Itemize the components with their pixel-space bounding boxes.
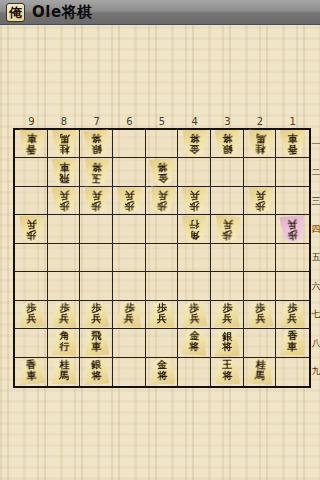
piece-kanji: 歩 [156, 200, 167, 211]
square-3-3[interactable] [211, 187, 244, 215]
file-label-9: 9 [15, 115, 48, 129]
piece-kanji: 車 [59, 161, 69, 172]
piece-kanji: 歩 [255, 200, 265, 211]
square-7-6[interactable] [80, 272, 113, 300]
piece-kanji: 将 [190, 132, 200, 143]
square-5-5[interactable] [146, 244, 179, 272]
piece-kanji: 兵 [58, 314, 69, 325]
piece-kanji: 車 [26, 370, 37, 381]
piece-kanji: 将 [92, 161, 103, 172]
piece-kanji: 香 [26, 143, 37, 154]
file-label-8: 8 [48, 115, 81, 129]
file-label-4: 4 [178, 115, 211, 129]
piece-kanji: 兵 [287, 314, 297, 325]
piece-kanji: 兵 [190, 314, 201, 325]
piece-kanji: 兵 [157, 314, 167, 325]
file-labels: 987654321 [15, 115, 309, 129]
piece-kanji: 車 [92, 342, 102, 353]
square-2-4[interactable] [244, 215, 277, 243]
square-6-4[interactable] [113, 215, 146, 243]
piece-kanji: 行 [189, 218, 199, 229]
file-label-2: 2 [244, 115, 277, 129]
rank-labels: 一二三四五六七八九 [311, 130, 320, 386]
piece-kanji: 銀 [92, 143, 103, 154]
file-label-7: 7 [80, 115, 113, 129]
rank-label-8: 八 [311, 329, 320, 357]
file-label-1: 1 [276, 115, 309, 129]
piece-kanji: 歩 [91, 200, 102, 211]
rank-label-9: 九 [311, 358, 320, 386]
rank-label-1: 一 [311, 130, 320, 158]
square-1-5[interactable] [276, 244, 309, 272]
piece-kanji: 兵 [124, 314, 135, 325]
piece-kanji: 車 [26, 132, 37, 143]
square-9-8[interactable] [15, 329, 48, 357]
square-4-6[interactable] [178, 272, 211, 300]
square-2-8[interactable] [244, 329, 277, 357]
rank-label-4: 四 [311, 215, 320, 243]
piece-kanji: 行 [59, 342, 69, 353]
square-5-1[interactable] [146, 130, 179, 158]
square-6-9[interactable] [113, 358, 146, 386]
square-6-5[interactable] [113, 244, 146, 272]
piece-kanji: 将 [222, 132, 232, 143]
rank-label-6: 六 [311, 272, 320, 300]
square-8-5[interactable] [48, 244, 81, 272]
piece-kanji: 将 [156, 161, 167, 172]
piece-kanji: 兵 [124, 189, 134, 200]
square-9-6[interactable] [15, 272, 48, 300]
piece-kanji: 馬 [59, 132, 69, 143]
piece-kanji: 桂 [254, 143, 265, 154]
piece-kanji: 将 [222, 371, 232, 382]
piece-kanji: 将 [91, 132, 102, 143]
piece-kanji: 兵 [287, 217, 298, 228]
square-7-5[interactable] [80, 244, 113, 272]
piece-kanji: 兵 [26, 218, 36, 229]
square-6-8[interactable] [113, 329, 146, 357]
square-3-5[interactable] [211, 244, 244, 272]
square-7-4[interactable] [80, 215, 113, 243]
piece-kanji: 角 [190, 228, 200, 239]
piece-kanji: 兵 [157, 189, 168, 200]
piece-kanji: 兵 [222, 217, 233, 228]
square-4-5[interactable] [178, 244, 211, 272]
square-8-4[interactable] [48, 215, 81, 243]
piece-kanji: 馬 [59, 371, 69, 382]
piece-kanji: 歩 [190, 200, 200, 211]
square-1-2[interactable] [276, 158, 309, 186]
piece-kanji: 兵 [92, 189, 103, 200]
piece-kanji: 車 [287, 342, 297, 353]
piece-kanji: 飛 [59, 172, 69, 183]
rank-label-3: 三 [311, 187, 320, 215]
square-6-1[interactable] [113, 130, 146, 158]
square-4-2[interactable] [178, 158, 211, 186]
square-8-6[interactable] [48, 272, 81, 300]
title-bar: 俺 Ole将棋 [0, 0, 320, 25]
piece-kanji: 将 [92, 371, 103, 382]
square-1-9[interactable] [276, 358, 309, 386]
app-icon: 俺 [6, 3, 25, 22]
piece-kanji: 桂 [59, 143, 69, 154]
file-label-3: 3 [211, 115, 244, 129]
app-title: Ole将棋 [32, 3, 93, 22]
piece-kanji: 金 [189, 143, 199, 154]
file-label-6: 6 [113, 115, 146, 129]
shogi-board[interactable]: 香車桂馬銀将金将銀将桂馬香車飛車玉将金将歩兵歩兵歩兵歩兵歩兵歩兵歩兵角行歩兵歩兵… [13, 128, 311, 388]
square-9-5[interactable] [15, 244, 48, 272]
piece-kanji: 兵 [92, 314, 102, 325]
square-3-6[interactable] [211, 272, 244, 300]
square-9-2[interactable] [15, 158, 48, 186]
piece-kanji: 将 [222, 342, 232, 353]
piece-kanji: 銀 [222, 143, 232, 154]
square-5-8[interactable] [146, 329, 179, 357]
piece-kanji: 兵 [190, 189, 200, 200]
rank-label-2: 二 [311, 158, 320, 186]
piece-kanji: 馬 [255, 132, 266, 143]
square-6-2[interactable] [113, 158, 146, 186]
square-6-6[interactable] [113, 272, 146, 300]
square-1-6[interactable] [276, 272, 309, 300]
piece-kanji: 将 [189, 342, 200, 353]
piece-kanji: 歩 [59, 200, 69, 211]
square-2-6[interactable] [244, 272, 277, 300]
square-2-2[interactable] [244, 158, 277, 186]
piece-kanji: 将 [157, 371, 167, 382]
piece-kanji: 兵 [222, 314, 232, 325]
piece-kanji: 歩 [26, 228, 36, 239]
square-1-3[interactable] [276, 187, 309, 215]
piece-kanji: 兵 [255, 314, 266, 325]
square-4-9[interactable] [178, 358, 211, 386]
piece-kanji: 兵 [26, 314, 36, 325]
piece-kanji: 兵 [255, 189, 265, 200]
square-5-4[interactable] [146, 215, 179, 243]
square-2-5[interactable] [244, 244, 277, 272]
square-5-6[interactable] [146, 272, 179, 300]
piece-kanji: 兵 [59, 189, 69, 200]
piece-kanji: 香 [288, 143, 298, 154]
square-9-3[interactable] [15, 187, 48, 215]
piece-kanji: 車 [287, 132, 297, 143]
piece-kanji: 馬 [254, 370, 265, 381]
rank-label-7: 七 [311, 301, 320, 329]
rank-label-5: 五 [311, 244, 320, 272]
square-3-2[interactable] [211, 158, 244, 186]
file-label-5: 5 [146, 115, 179, 129]
piece-kanji: 歩 [124, 200, 134, 211]
